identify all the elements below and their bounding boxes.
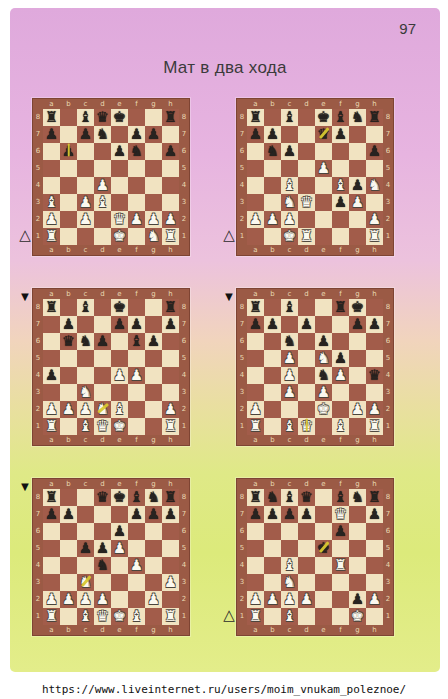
- coordinate-label: e: [111, 435, 128, 445]
- coordinate-label: 8: [33, 489, 43, 506]
- board-frame-corner: [179, 625, 189, 635]
- scanned-book-page: { "game": "chess", "page": { "number": "…: [0, 0, 448, 699]
- black-pawn: ♟: [368, 507, 381, 522]
- square-f5: [128, 350, 145, 367]
- square-f3: [332, 384, 349, 401]
- white-pawn: ♟: [249, 402, 262, 417]
- black-pawn: ♟: [45, 368, 58, 383]
- coordinate-label: 3: [383, 384, 393, 401]
- square-f1: [128, 418, 145, 435]
- board-frame-corner: [33, 435, 43, 445]
- board-frame-corner: [237, 99, 247, 109]
- square-e3: [111, 574, 128, 591]
- board-frame-corner: [237, 245, 247, 255]
- square-c6: ♞: [77, 333, 94, 350]
- square-c3: ♟: [281, 384, 298, 401]
- square-d1: ♛: [94, 418, 111, 435]
- square-c4: ♝: [281, 557, 298, 574]
- coordinate-label: 6: [237, 143, 247, 160]
- square-g5: [349, 350, 366, 367]
- square-e4: [315, 557, 332, 574]
- square-e8: ♚: [111, 299, 128, 316]
- square-b3: [264, 194, 281, 211]
- chess-board-1: abcdefgh8♜♝♛♚♜87♟♟♞♟♟76♟♟♞♟6554♟43♝♟♝32♟…: [32, 98, 190, 256]
- black-rook: ♜: [164, 300, 177, 315]
- board-frame-corner: [237, 435, 247, 445]
- square-e3: [315, 194, 332, 211]
- square-b1: [60, 418, 77, 435]
- coordinate-label: 3: [179, 384, 189, 401]
- square-b8: [60, 489, 77, 506]
- coordinate-label: a: [43, 435, 60, 445]
- black-pawn: ♟: [300, 317, 313, 332]
- board-frame-corner: [179, 479, 189, 489]
- square-h8: ♜: [162, 109, 179, 126]
- move-arrow-mark: [305, 419, 308, 432]
- coordinate-label: 5: [383, 160, 393, 177]
- square-d2: [298, 401, 315, 418]
- square-h8: ♜: [162, 299, 179, 316]
- square-h7: ♟: [162, 316, 179, 333]
- coordinate-label: 4: [33, 177, 43, 194]
- coordinate-label: 7: [179, 316, 189, 333]
- white-pawn: ♟: [266, 212, 279, 227]
- white-knight: ♞: [283, 575, 296, 590]
- square-e5: ♚: [315, 540, 332, 557]
- square-b6: [264, 333, 281, 350]
- square-h1: ♜: [366, 418, 383, 435]
- black-pawn: ♟: [147, 127, 160, 142]
- coordinate-label: h: [366, 289, 383, 299]
- square-h8: ♜: [366, 109, 383, 126]
- coordinate-label: h: [162, 289, 179, 299]
- coordinate-label: d: [298, 99, 315, 109]
- coordinate-label: 1: [383, 418, 393, 435]
- white-pawn: ♟: [62, 592, 75, 607]
- coordinate-label: g: [145, 99, 162, 109]
- coordinate-label: 4: [179, 557, 189, 574]
- coordinate-label: f: [332, 289, 349, 299]
- square-a1: ♜: [43, 228, 60, 245]
- coordinate-label: h: [366, 625, 383, 635]
- black-pawn: ♟: [351, 592, 364, 607]
- square-e2: [315, 211, 332, 228]
- coordinate-label: c: [281, 99, 298, 109]
- square-e4: [111, 177, 128, 194]
- square-e1: ♚: [111, 608, 128, 625]
- coordinate-label: 5: [179, 350, 189, 367]
- square-a4: [247, 177, 264, 194]
- square-d3: [94, 384, 111, 401]
- square-a4: [43, 177, 60, 194]
- square-h1: ♜: [162, 418, 179, 435]
- coordinate-label: 2: [33, 211, 43, 228]
- square-g5: [349, 540, 366, 557]
- coordinate-label: 3: [33, 194, 43, 211]
- square-h5: [366, 160, 383, 177]
- square-d2: ♟: [298, 591, 315, 608]
- black-king: ♚: [113, 300, 126, 315]
- white-pawn: ♟: [79, 212, 92, 227]
- coordinate-label: 2: [383, 401, 393, 418]
- coordinate-label: 3: [383, 574, 393, 591]
- square-f6: ♟: [332, 523, 349, 540]
- coordinate-label: g: [349, 625, 366, 635]
- square-f5: [128, 540, 145, 557]
- square-e3: [111, 384, 128, 401]
- square-h2: ♟: [366, 211, 383, 228]
- coordinate-label: g: [349, 245, 366, 255]
- black-pawn: ♟: [113, 144, 126, 159]
- black-rook: ♜: [368, 490, 381, 505]
- black-bishop: ♝: [283, 110, 296, 125]
- coordinate-label: 8: [237, 109, 247, 126]
- square-d3: [298, 384, 315, 401]
- black-bishop: ♝: [283, 300, 296, 315]
- square-b4: [264, 557, 281, 574]
- square-h6: [366, 333, 383, 350]
- white-rook: ♜: [164, 229, 177, 244]
- square-g2: ♟: [349, 401, 366, 418]
- square-e1: [315, 608, 332, 625]
- coordinate-label: g: [145, 479, 162, 489]
- square-a3: [247, 194, 264, 211]
- square-d5: [298, 160, 315, 177]
- coordinate-label: 5: [33, 350, 43, 367]
- coordinate-label: 7: [33, 506, 43, 523]
- white-pawn: ♟: [79, 402, 92, 417]
- square-a4: ♟: [43, 367, 60, 384]
- square-g4: [349, 557, 366, 574]
- black-pawn: ♟: [266, 127, 279, 142]
- board-frame-corner: [383, 289, 393, 299]
- square-d4: ♟: [94, 177, 111, 194]
- white-bishop: ♝: [113, 402, 126, 417]
- board-frame-corner: [33, 99, 43, 109]
- square-d3: [298, 574, 315, 591]
- coordinate-label: g: [145, 245, 162, 255]
- black-to-move-triangle-icon: ▼: [19, 290, 32, 303]
- square-d7: [94, 506, 111, 523]
- square-h4: ♛: [366, 367, 383, 384]
- coordinate-label: d: [94, 245, 111, 255]
- square-b1: [264, 418, 281, 435]
- square-f1: [332, 228, 349, 245]
- coordinate-label: 1: [179, 228, 189, 245]
- square-d4: ♞: [94, 557, 111, 574]
- square-f8: ♝: [332, 489, 349, 506]
- square-d1: ♜: [298, 228, 315, 245]
- square-f8: ♝: [332, 109, 349, 126]
- square-h2: ♟: [366, 591, 383, 608]
- white-pawn: ♟: [79, 195, 92, 210]
- square-e8: ♚: [111, 489, 128, 506]
- square-b6: ♛: [60, 333, 77, 350]
- coordinate-label: 5: [179, 160, 189, 177]
- coordinate-label: 5: [33, 160, 43, 177]
- square-c2: ♟: [281, 211, 298, 228]
- black-pawn: ♟: [45, 127, 58, 142]
- black-knight: ♞: [351, 490, 364, 505]
- coordinate-label: e: [111, 625, 128, 635]
- coordinate-label: 1: [33, 418, 43, 435]
- black-king: ♚: [351, 300, 364, 315]
- coordinate-label: 8: [383, 299, 393, 316]
- square-e3: [111, 194, 128, 211]
- square-e6: [315, 523, 332, 540]
- coordinate-label: d: [298, 479, 315, 489]
- square-b7: [60, 126, 77, 143]
- black-bishop: ♝: [283, 490, 296, 505]
- white-pawn: ♟: [130, 558, 143, 573]
- coordinate-label: c: [281, 245, 298, 255]
- coordinate-label: 8: [237, 299, 247, 316]
- coordinate-label: 1: [383, 608, 393, 625]
- coordinate-label: 4: [33, 367, 43, 384]
- square-h2: ♟: [366, 401, 383, 418]
- square-b3: [60, 384, 77, 401]
- square-h4: [366, 557, 383, 574]
- square-f7: ♟: [332, 126, 349, 143]
- black-knight: ♞: [96, 558, 109, 573]
- coordinate-label: 3: [383, 194, 393, 211]
- black-pawn: ♟: [96, 334, 109, 349]
- square-h7: ♟: [366, 506, 383, 523]
- square-b5: [60, 160, 77, 177]
- square-g7: ♟: [145, 506, 162, 523]
- white-pawn: ♟: [368, 212, 381, 227]
- coordinate-label: e: [111, 479, 128, 489]
- coordinate-label: b: [60, 625, 77, 635]
- coordinate-label: b: [264, 245, 281, 255]
- square-c5: [77, 160, 94, 177]
- black-pawn: ♟: [334, 127, 347, 142]
- square-g4: [145, 557, 162, 574]
- coordinate-label: g: [349, 289, 366, 299]
- square-f7: [332, 316, 349, 333]
- square-b4: [60, 367, 77, 384]
- square-d7: [298, 126, 315, 143]
- square-d8: [298, 299, 315, 316]
- square-f5: [332, 160, 349, 177]
- square-d3: ♛: [298, 194, 315, 211]
- black-pawn: ♟: [266, 507, 279, 522]
- black-pawn: ♟: [283, 507, 296, 522]
- coordinate-label: 6: [179, 523, 189, 540]
- square-f4: ♜: [332, 557, 349, 574]
- square-e6: ♟: [111, 523, 128, 540]
- square-f3: [128, 194, 145, 211]
- black-pawn: ♟: [249, 127, 262, 142]
- marker-column: ▼: [18, 478, 32, 636]
- square-g1: ♞: [145, 228, 162, 245]
- coordinate-label: f: [128, 435, 145, 445]
- black-pawn: ♟: [249, 317, 262, 332]
- page-title: Мат в два хода: [10, 58, 440, 78]
- square-g7: [145, 316, 162, 333]
- coordinate-label: h: [162, 435, 179, 445]
- square-b7: ♟: [264, 316, 281, 333]
- coordinate-label: 5: [33, 540, 43, 557]
- coordinate-label: 6: [383, 523, 393, 540]
- square-e3: ♟: [315, 384, 332, 401]
- black-rook: ♜: [45, 110, 58, 125]
- coordinate-label: c: [281, 625, 298, 635]
- black-queen: ♛: [300, 490, 313, 505]
- coordinate-label: c: [77, 625, 94, 635]
- square-h7: [366, 126, 383, 143]
- square-f7: ♛: [332, 506, 349, 523]
- white-rook: ♜: [45, 609, 58, 624]
- coordinate-label: d: [94, 289, 111, 299]
- square-c7: [77, 506, 94, 523]
- square-a2: ♟: [247, 591, 264, 608]
- black-pawn: ♟: [113, 524, 126, 539]
- square-c2: ♟: [77, 211, 94, 228]
- square-g1: [349, 418, 366, 435]
- black-bishop: ♝: [130, 490, 143, 505]
- square-c2: ♟: [77, 591, 94, 608]
- chess-board-6: abcdefgh8♜♞♝♛♝♞♜87♟♟♟♟♛♟76♟65♚54♝♜43♞32♟…: [236, 478, 394, 636]
- black-knight: ♞: [283, 334, 296, 349]
- square-e7: [111, 126, 128, 143]
- square-h3: [366, 574, 383, 591]
- move-arrow-mark: [67, 144, 70, 157]
- square-e7: ♛: [315, 126, 332, 143]
- square-g1: ♚: [349, 608, 366, 625]
- square-f1: ♝: [128, 608, 145, 625]
- square-d1: ♛: [94, 608, 111, 625]
- coordinate-label: 2: [383, 591, 393, 608]
- coordinate-label: f: [128, 479, 145, 489]
- square-f5: ♟: [332, 350, 349, 367]
- coordinate-label: a: [43, 245, 60, 255]
- white-bishop: ♝: [283, 558, 296, 573]
- puzzle-diagram-6: △ abcdefgh8♜♞♝♛♝♞♜87♟♟♟♟♛♟76♟65♚54♝♜43♞3…: [222, 478, 394, 636]
- square-c1: ♝: [77, 418, 94, 435]
- white-queen: ♛: [113, 212, 126, 227]
- white-knight: ♞: [368, 178, 381, 193]
- black-queen: ♛: [96, 490, 109, 505]
- white-pawn: ♟: [96, 592, 109, 607]
- square-c1: ♝: [77, 608, 94, 625]
- white-knight: ♞: [147, 229, 160, 244]
- black-pawn: ♟: [113, 317, 126, 332]
- square-f7: ♟: [128, 126, 145, 143]
- coordinate-label: e: [315, 289, 332, 299]
- black-pawn: ♟: [249, 507, 262, 522]
- white-pawn: ♟: [317, 385, 330, 400]
- square-c8: [77, 489, 94, 506]
- chess-board-4: abcdefgh8♜♝♜♚87♟♟♟♟♟76♞♟65♟♞♟54♟♞♟♛43♟♟3…: [236, 288, 394, 446]
- black-knight: ♞: [96, 127, 109, 142]
- board-frame-corner: [383, 245, 393, 255]
- white-king: ♚: [113, 229, 126, 244]
- white-pawn: ♟: [249, 592, 262, 607]
- coordinate-label: g: [145, 625, 162, 635]
- coordinate-label: a: [43, 99, 60, 109]
- square-h6: ♟: [366, 143, 383, 160]
- square-b2: [264, 401, 281, 418]
- coordinate-label: 3: [237, 574, 247, 591]
- coordinate-label: a: [43, 625, 60, 635]
- square-e1: [315, 228, 332, 245]
- square-a6: [43, 333, 60, 350]
- marker-column: ▼: [18, 288, 32, 446]
- square-b8: [264, 109, 281, 126]
- square-b6: [264, 523, 281, 540]
- white-rook: ♜: [368, 229, 381, 244]
- square-h5: [162, 350, 179, 367]
- black-knight: ♞: [317, 368, 330, 383]
- coordinate-label: f: [128, 99, 145, 109]
- coordinate-label: a: [247, 625, 264, 635]
- black-to-move-triangle-icon: ▼: [223, 290, 236, 303]
- square-g7: ♟: [145, 126, 162, 143]
- square-e4: [315, 177, 332, 194]
- coordinate-label: d: [298, 245, 315, 255]
- square-h4: ♞: [366, 177, 383, 194]
- square-g2: ♟: [349, 591, 366, 608]
- white-pawn: ♟: [368, 592, 381, 607]
- square-a8: ♜: [43, 299, 60, 316]
- square-a1: ♜: [43, 608, 60, 625]
- square-c5: ♟: [281, 350, 298, 367]
- square-b2: ♟: [60, 591, 77, 608]
- board-frame-corner: [33, 479, 43, 489]
- coordinate-label: d: [94, 99, 111, 109]
- coordinate-label: 3: [237, 384, 247, 401]
- square-d6: [94, 523, 111, 540]
- square-h3: [162, 384, 179, 401]
- square-d2: [94, 211, 111, 228]
- black-pawn: ♟: [300, 507, 313, 522]
- black-king: ♚: [317, 110, 330, 125]
- square-a4: [247, 557, 264, 574]
- coordinate-label: 2: [33, 591, 43, 608]
- square-a8: ♜: [247, 299, 264, 316]
- white-pawn: ♟: [249, 212, 262, 227]
- puzzle-diagram-4: ▼ abcdefgh8♜♝♜♚87♟♟♟♟♟76♞♟65♟♞♟54♟♞♟♛43♟…: [222, 288, 394, 446]
- white-rook: ♜: [164, 609, 177, 624]
- square-h5: [366, 540, 383, 557]
- coordinate-label: 2: [179, 401, 189, 418]
- coordinate-label: 8: [237, 489, 247, 506]
- coordinate-label: 2: [179, 591, 189, 608]
- square-f5: [332, 540, 349, 557]
- square-a1: [247, 228, 264, 245]
- square-c3: ♞: [281, 194, 298, 211]
- square-g6: ♟: [145, 333, 162, 350]
- square-b1: [264, 228, 281, 245]
- square-b3: [264, 384, 281, 401]
- square-h8: ♜: [366, 489, 383, 506]
- square-c5: [77, 350, 94, 367]
- square-a2: ♟: [247, 401, 264, 418]
- white-rook: ♜: [249, 419, 262, 434]
- board-frame-corner: [237, 625, 247, 635]
- coordinate-label: 6: [33, 143, 43, 160]
- square-d7: ♟: [298, 316, 315, 333]
- white-pawn: ♟: [113, 541, 126, 556]
- black-pawn: ♟: [96, 541, 109, 556]
- square-b1: [60, 608, 77, 625]
- coordinate-label: 7: [383, 506, 393, 523]
- coordinate-label: 1: [179, 418, 189, 435]
- black-pawn: ♟: [130, 127, 143, 142]
- white-pawn: ♟: [45, 402, 58, 417]
- square-d7: [94, 316, 111, 333]
